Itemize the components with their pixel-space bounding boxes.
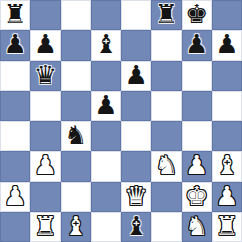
square-h3[interactable]: ♝ bbox=[212, 151, 242, 181]
square-e6[interactable]: ♟ bbox=[121, 61, 151, 91]
white-pawn-piece[interactable]: ♟ bbox=[3, 182, 26, 211]
square-h2[interactable]: ♟ bbox=[212, 182, 242, 212]
square-g2[interactable]: ♚ bbox=[182, 182, 212, 212]
chess-board: ♜♜♚♟♟♝♟♟♛♟♟♞♟♞♟♝♟♛♚♟♜♝♝♞♜ bbox=[0, 0, 242, 242]
square-c5[interactable] bbox=[61, 91, 91, 121]
square-g6[interactable] bbox=[182, 61, 212, 91]
square-g3[interactable]: ♟ bbox=[182, 151, 212, 181]
square-b5[interactable] bbox=[30, 91, 60, 121]
white-pawn-piece[interactable]: ♟ bbox=[215, 182, 238, 211]
square-h8[interactable] bbox=[212, 0, 242, 30]
square-e5[interactable] bbox=[121, 91, 151, 121]
square-b3[interactable]: ♟ bbox=[30, 151, 60, 181]
square-b7[interactable]: ♟ bbox=[30, 30, 60, 60]
square-e3[interactable] bbox=[121, 151, 151, 181]
square-e4[interactable] bbox=[121, 121, 151, 151]
white-rook-piece[interactable]: ♜ bbox=[215, 212, 238, 241]
white-bishop-piece[interactable]: ♝ bbox=[64, 212, 87, 241]
square-f5[interactable] bbox=[151, 91, 181, 121]
black-pawn-piece[interactable]: ♟ bbox=[94, 91, 117, 120]
white-rook-piece[interactable]: ♜ bbox=[34, 212, 57, 241]
square-c8[interactable] bbox=[61, 0, 91, 30]
square-g4[interactable] bbox=[182, 121, 212, 151]
square-a3[interactable] bbox=[0, 151, 30, 181]
square-c3[interactable] bbox=[61, 151, 91, 181]
white-pawn-piece[interactable]: ♟ bbox=[185, 151, 208, 180]
square-h6[interactable] bbox=[212, 61, 242, 91]
square-c6[interactable] bbox=[61, 61, 91, 91]
square-b1[interactable]: ♜ bbox=[30, 212, 60, 242]
white-bishop-piece[interactable]: ♝ bbox=[215, 151, 238, 180]
square-f7[interactable] bbox=[151, 30, 181, 60]
black-rook-piece[interactable]: ♜ bbox=[155, 0, 178, 29]
square-b2[interactable] bbox=[30, 182, 60, 212]
square-f4[interactable] bbox=[151, 121, 181, 151]
square-h7[interactable]: ♟ bbox=[212, 30, 242, 60]
black-pawn-piece[interactable]: ♟ bbox=[185, 30, 208, 59]
black-pawn-piece[interactable]: ♟ bbox=[3, 30, 26, 59]
square-g5[interactable] bbox=[182, 91, 212, 121]
square-f1[interactable] bbox=[151, 212, 181, 242]
square-b6[interactable]: ♛ bbox=[30, 61, 60, 91]
square-f8[interactable]: ♜ bbox=[151, 0, 181, 30]
white-knight-piece[interactable]: ♞ bbox=[185, 212, 208, 241]
white-king-piece[interactable]: ♚ bbox=[185, 182, 208, 211]
black-pawn-piece[interactable]: ♟ bbox=[34, 30, 57, 59]
square-b4[interactable] bbox=[30, 121, 60, 151]
square-a8[interactable]: ♜ bbox=[0, 0, 30, 30]
square-d5[interactable]: ♟ bbox=[91, 91, 121, 121]
square-d1[interactable] bbox=[91, 212, 121, 242]
black-knight-piece[interactable]: ♞ bbox=[64, 121, 87, 150]
square-a6[interactable] bbox=[0, 61, 30, 91]
square-g7[interactable]: ♟ bbox=[182, 30, 212, 60]
square-f2[interactable] bbox=[151, 182, 181, 212]
square-c2[interactable] bbox=[61, 182, 91, 212]
square-d6[interactable] bbox=[91, 61, 121, 91]
square-h5[interactable] bbox=[212, 91, 242, 121]
square-e8[interactable] bbox=[121, 0, 151, 30]
black-bishop-piece[interactable]: ♝ bbox=[94, 30, 117, 59]
square-d8[interactable] bbox=[91, 0, 121, 30]
square-a4[interactable] bbox=[0, 121, 30, 151]
square-c1[interactable]: ♝ bbox=[61, 212, 91, 242]
black-queen-piece[interactable]: ♛ bbox=[34, 61, 57, 90]
square-e7[interactable] bbox=[121, 30, 151, 60]
square-h4[interactable] bbox=[212, 121, 242, 151]
square-d4[interactable] bbox=[91, 121, 121, 151]
square-e2[interactable]: ♛ bbox=[121, 182, 151, 212]
black-bishop-piece[interactable]: ♝ bbox=[124, 212, 147, 241]
black-pawn-piece[interactable]: ♟ bbox=[215, 30, 238, 59]
square-c4[interactable]: ♞ bbox=[61, 121, 91, 151]
square-g1[interactable]: ♞ bbox=[182, 212, 212, 242]
square-a7[interactable]: ♟ bbox=[0, 30, 30, 60]
white-pawn-piece[interactable]: ♟ bbox=[34, 151, 57, 180]
square-b8[interactable] bbox=[30, 0, 60, 30]
square-e1[interactable]: ♝ bbox=[121, 212, 151, 242]
black-king-piece[interactable]: ♚ bbox=[185, 0, 208, 29]
square-h1[interactable]: ♜ bbox=[212, 212, 242, 242]
square-c7[interactable] bbox=[61, 30, 91, 60]
white-knight-piece[interactable]: ♞ bbox=[155, 151, 178, 180]
square-a2[interactable]: ♟ bbox=[0, 182, 30, 212]
black-pawn-piece[interactable]: ♟ bbox=[124, 61, 147, 90]
square-d2[interactable] bbox=[91, 182, 121, 212]
square-f3[interactable]: ♞ bbox=[151, 151, 181, 181]
square-d7[interactable]: ♝ bbox=[91, 30, 121, 60]
square-a1[interactable] bbox=[0, 212, 30, 242]
square-g8[interactable]: ♚ bbox=[182, 0, 212, 30]
white-queen-piece[interactable]: ♛ bbox=[124, 182, 147, 211]
square-f6[interactable] bbox=[151, 61, 181, 91]
square-d3[interactable] bbox=[91, 151, 121, 181]
square-a5[interactable] bbox=[0, 91, 30, 121]
black-rook-piece[interactable]: ♜ bbox=[3, 0, 26, 29]
